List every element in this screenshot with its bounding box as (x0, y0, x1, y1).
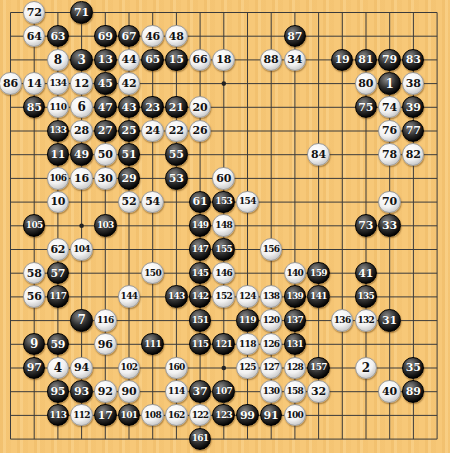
stone-147[interactable]: 147 (189, 238, 212, 261)
stone-142[interactable]: 142 (189, 285, 212, 308)
stone-number: 161 (192, 434, 209, 443)
stone-62[interactable]: 62 (47, 238, 70, 261)
stone-88[interactable]: 88 (260, 49, 283, 72)
stone-78[interactable]: 78 (378, 143, 401, 166)
stone-101[interactable]: 101 (118, 404, 141, 427)
stone-number: 149 (192, 221, 209, 230)
stone-123[interactable]: 123 (212, 404, 235, 427)
stone-146[interactable]: 146 (212, 262, 235, 285)
stone-number: 128 (286, 363, 303, 372)
stone-117[interactable]: 117 (47, 285, 70, 308)
stone-155[interactable]: 155 (212, 238, 235, 261)
stone-number: 138 (263, 292, 280, 301)
stone-107[interactable]: 107 (212, 380, 235, 403)
stone-number: 141 (310, 292, 327, 301)
stone-52[interactable]: 52 (118, 191, 141, 214)
stone-67[interactable]: 67 (118, 25, 141, 48)
stone-number: 96 (98, 339, 113, 350)
stone-44[interactable]: 44 (118, 49, 141, 72)
stone-13[interactable]: 13 (94, 49, 117, 72)
stone-103[interactable]: 103 (94, 214, 117, 237)
stone-86[interactable]: 86 (0, 72, 22, 95)
stone-140[interactable]: 140 (284, 262, 307, 285)
stone-111[interactable]: 111 (141, 333, 164, 356)
stone-number: 64 (27, 31, 42, 42)
stone-28[interactable]: 28 (70, 120, 93, 143)
stone-number: 14 (27, 78, 42, 89)
stone-number: 73 (358, 220, 373, 231)
stone-50[interactable]: 50 (94, 143, 117, 166)
stone-number: 114 (168, 387, 185, 396)
stone-10[interactable]: 10 (47, 191, 70, 214)
stone-138[interactable]: 138 (260, 285, 283, 308)
stone-number: 156 (263, 245, 280, 254)
stone-number: 136 (334, 316, 351, 325)
stone-number: 145 (192, 269, 209, 278)
stone-number: 103 (97, 221, 114, 230)
stone-158[interactable]: 158 (284, 380, 307, 403)
stone-number: 69 (98, 31, 113, 42)
stone-63[interactable]: 63 (47, 25, 70, 48)
stone-number: 44 (121, 54, 136, 65)
stone-number: 139 (286, 292, 303, 301)
stone-number: 110 (50, 103, 67, 112)
stone-number: 57 (50, 268, 65, 279)
stone-55[interactable]: 55 (165, 143, 188, 166)
stone-82[interactable]: 82 (402, 143, 425, 166)
stone-59[interactable]: 59 (47, 333, 70, 356)
stone-53[interactable]: 53 (165, 167, 188, 190)
stone-38[interactable]: 38 (402, 72, 425, 95)
stone-number: 41 (358, 268, 373, 279)
stone-number: 72 (27, 7, 42, 18)
stone-number: 38 (406, 78, 421, 89)
stone-number: 1 (385, 78, 393, 90)
stone-number: 49 (74, 149, 89, 160)
stone-number: 60 (216, 173, 231, 184)
stone-148[interactable]: 148 (212, 214, 235, 237)
stone-113[interactable]: 113 (47, 404, 70, 427)
stone-number: 66 (193, 54, 208, 65)
stone-number: 153 (215, 197, 232, 206)
stone-number: 118 (239, 340, 256, 349)
stone-number: 122 (192, 411, 209, 420)
stone-122[interactable]: 122 (189, 404, 212, 427)
stone-number: 9 (30, 338, 38, 350)
stone-number: 124 (239, 292, 256, 301)
stone-number: 116 (97, 316, 114, 325)
stone-69[interactable]: 69 (94, 25, 117, 48)
stone-94[interactable]: 94 (70, 357, 93, 380)
stone-number: 71 (74, 7, 89, 18)
stone-3[interactable]: 3 (70, 49, 93, 72)
stone-number: 20 (193, 102, 208, 113)
stone-number: 75 (358, 102, 373, 113)
stone-number: 62 (50, 244, 65, 255)
stone-153[interactable]: 153 (212, 191, 235, 214)
stone-number: 19 (335, 54, 350, 65)
stone-number: 87 (287, 31, 302, 42)
stone-number: 76 (382, 125, 397, 136)
stone-9[interactable]: 9 (23, 333, 46, 356)
stone-46[interactable]: 46 (141, 25, 164, 48)
stone-number: 82 (406, 149, 421, 160)
stone-number: 132 (357, 316, 374, 325)
stone-number: 31 (382, 315, 397, 326)
stone-number: 30 (98, 173, 113, 184)
stone-120[interactable]: 120 (260, 309, 283, 332)
stone-118[interactable]: 118 (236, 333, 259, 356)
stone-number: 89 (406, 386, 421, 397)
stone-156[interactable]: 156 (260, 238, 283, 261)
stone-number: 52 (121, 196, 136, 207)
stone-102[interactable]: 102 (118, 357, 141, 380)
stone-number: 15 (169, 54, 184, 65)
stone-number: 32 (311, 386, 326, 397)
stone-number: 91 (264, 410, 279, 421)
stone-number: 88 (264, 54, 279, 65)
stone-number: 18 (216, 54, 231, 65)
stone-number: 26 (193, 125, 208, 136)
stone-15[interactable]: 15 (165, 49, 188, 72)
stone-2[interactable]: 2 (355, 357, 378, 380)
stone-35[interactable]: 35 (402, 357, 425, 380)
stone-number: 13 (98, 54, 113, 65)
stone-75[interactable]: 75 (355, 96, 378, 119)
stone-number: 58 (27, 268, 42, 279)
stone-number: 63 (50, 31, 65, 42)
stone-116[interactable]: 116 (94, 309, 117, 332)
stones-layer: 1234678910111213141516171819202122232425… (0, 1, 449, 451)
stone-number: 84 (311, 149, 326, 160)
stone-84[interactable]: 84 (307, 143, 330, 166)
stone-37[interactable]: 37 (189, 380, 212, 403)
stone-7[interactable]: 7 (70, 309, 93, 332)
stone-33[interactable]: 33 (378, 214, 401, 237)
stone-number: 86 (3, 78, 18, 89)
stone-number: 70 (382, 196, 397, 207)
stone-number: 8 (54, 54, 62, 66)
stone-number: 154 (239, 197, 256, 206)
stone-23[interactable]: 23 (141, 96, 164, 119)
stone-number: 22 (169, 125, 184, 136)
stone-131[interactable]: 131 (284, 333, 307, 356)
stone-number: 94 (74, 362, 89, 373)
stone-104[interactable]: 104 (70, 238, 93, 261)
stone-number: 140 (286, 269, 303, 278)
stone-number: 117 (50, 292, 67, 301)
stone-136[interactable]: 136 (331, 309, 354, 332)
stone-number: 151 (192, 316, 209, 325)
stone-number: 119 (239, 316, 256, 325)
stone-11[interactable]: 11 (47, 143, 70, 166)
stone-135[interactable]: 135 (355, 285, 378, 308)
stone-77[interactable]: 77 (402, 120, 425, 143)
stone-number: 67 (121, 31, 136, 42)
stone-8[interactable]: 8 (47, 49, 70, 72)
stone-126[interactable]: 126 (260, 333, 283, 356)
stone-number: 100 (286, 411, 303, 420)
stone-72[interactable]: 72 (23, 1, 46, 24)
stone-number: 21 (169, 102, 184, 113)
stone-54[interactable]: 54 (141, 191, 164, 214)
stone-57[interactable]: 57 (47, 262, 70, 285)
stone-number: 79 (382, 54, 397, 65)
stone-number: 83 (406, 54, 421, 65)
stone-160[interactable]: 160 (165, 357, 188, 380)
stone-number: 85 (27, 102, 42, 113)
stone-number: 37 (193, 386, 208, 397)
stone-number: 123 (215, 411, 232, 420)
stone-number: 6 (77, 101, 85, 113)
stone-number: 2 (362, 362, 370, 374)
stone-39[interactable]: 39 (402, 96, 425, 119)
stone-58[interactable]: 58 (23, 262, 46, 285)
stone-number: 143 (168, 292, 185, 301)
stone-number: 7 (77, 314, 85, 326)
stone-31[interactable]: 31 (378, 309, 401, 332)
stone-number: 160 (168, 363, 185, 372)
stone-number: 12 (74, 78, 89, 89)
stone-number: 81 (358, 54, 373, 65)
stone-127[interactable]: 127 (260, 357, 283, 380)
stone-number: 29 (121, 173, 136, 184)
stone-18[interactable]: 18 (212, 49, 235, 72)
stone-81[interactable]: 81 (355, 49, 378, 72)
stone-30[interactable]: 30 (94, 167, 117, 190)
stone-number: 11 (50, 149, 65, 160)
stone-number: 17 (98, 410, 113, 421)
stone-157[interactable]: 157 (307, 357, 330, 380)
stone-89[interactable]: 89 (402, 380, 425, 403)
stone-90[interactable]: 90 (118, 380, 141, 403)
stone-number: 39 (406, 102, 421, 113)
stone-number: 144 (121, 292, 138, 301)
stone-number: 101 (121, 411, 138, 420)
stone-number: 48 (169, 31, 184, 42)
stone-150[interactable]: 150 (141, 262, 164, 285)
stone-22[interactable]: 22 (165, 120, 188, 143)
stone-85[interactable]: 85 (23, 96, 46, 119)
stone-73[interactable]: 73 (355, 214, 378, 237)
stone-4[interactable]: 4 (47, 357, 70, 380)
stone-56[interactable]: 56 (23, 285, 46, 308)
stone-93[interactable]: 93 (70, 380, 93, 403)
stone-26[interactable]: 26 (189, 120, 212, 143)
stone-number: 42 (121, 78, 136, 89)
stone-76[interactable]: 76 (378, 120, 401, 143)
stone-number: 65 (145, 54, 160, 65)
stone-number: 35 (406, 362, 421, 373)
stone-number: 158 (286, 387, 303, 396)
stone-number: 97 (27, 362, 42, 373)
stone-6[interactable]: 6 (70, 96, 93, 119)
stone-21[interactable]: 21 (165, 96, 188, 119)
stone-42[interactable]: 42 (118, 72, 141, 95)
stone-number: 53 (169, 173, 184, 184)
stone-number: 93 (74, 386, 89, 397)
stone-152[interactable]: 152 (212, 285, 235, 308)
stone-number: 61 (193, 196, 208, 207)
stone-97[interactable]: 97 (23, 357, 46, 380)
stone-145[interactable]: 145 (189, 262, 212, 285)
stone-133[interactable]: 133 (47, 120, 70, 143)
stone-number: 47 (98, 102, 113, 113)
stone-49[interactable]: 49 (70, 143, 93, 166)
stone-number: 99 (240, 410, 255, 421)
stone-number: 3 (77, 54, 85, 66)
stone-149[interactable]: 149 (189, 214, 212, 237)
stone-number: 127 (263, 363, 280, 372)
stone-65[interactable]: 65 (141, 49, 164, 72)
stone-number: 113 (50, 411, 67, 420)
stone-12[interactable]: 12 (70, 72, 93, 95)
stone-34[interactable]: 34 (284, 49, 307, 72)
stone-91[interactable]: 91 (260, 404, 283, 427)
stone-number: 40 (382, 386, 397, 397)
stone-92[interactable]: 92 (94, 380, 117, 403)
stone-71[interactable]: 71 (70, 1, 93, 24)
stone-number: 135 (357, 292, 374, 301)
stone-115[interactable]: 115 (189, 333, 212, 356)
stone-number: 55 (169, 149, 184, 160)
stone-61[interactable]: 61 (189, 191, 212, 214)
stone-87[interactable]: 87 (284, 25, 307, 48)
stone-83[interactable]: 83 (402, 49, 425, 72)
stone-number: 33 (382, 220, 397, 231)
stone-162[interactable]: 162 (165, 404, 188, 427)
stone-number: 16 (74, 173, 89, 184)
stone-number: 34 (287, 54, 302, 65)
stone-24[interactable]: 24 (141, 120, 164, 143)
stone-45[interactable]: 45 (94, 72, 117, 95)
stone-number: 50 (98, 149, 113, 160)
stone-number: 25 (121, 125, 136, 136)
stone-number: 148 (215, 221, 232, 230)
stone-95[interactable]: 95 (47, 380, 70, 403)
stone-number: 147 (192, 245, 209, 254)
stone-119[interactable]: 119 (236, 309, 259, 332)
stone-17[interactable]: 17 (94, 404, 117, 427)
stone-144[interactable]: 144 (118, 285, 141, 308)
stone-100[interactable]: 100 (284, 404, 307, 427)
stone-number: 155 (215, 245, 232, 254)
stone-143[interactable]: 143 (165, 285, 188, 308)
stone-132[interactable]: 132 (355, 309, 378, 332)
stone-number: 77 (406, 125, 421, 136)
stone-124[interactable]: 124 (236, 285, 259, 308)
stone-32[interactable]: 32 (307, 380, 330, 403)
stone-128[interactable]: 128 (284, 357, 307, 380)
stone-110[interactable]: 110 (47, 96, 70, 119)
stone-20[interactable]: 20 (189, 96, 212, 119)
stone-79[interactable]: 79 (378, 49, 401, 72)
stone-number: 56 (27, 291, 42, 302)
stone-number: 142 (192, 292, 209, 301)
stone-number: 27 (98, 125, 113, 136)
stone-48[interactable]: 48 (165, 25, 188, 48)
stone-number: 43 (121, 102, 136, 113)
stone-number: 80 (358, 78, 373, 89)
stone-105[interactable]: 105 (23, 214, 46, 237)
stone-number: 105 (26, 221, 43, 230)
stone-80[interactable]: 80 (355, 72, 378, 95)
stone-19[interactable]: 19 (331, 49, 354, 72)
stone-66[interactable]: 66 (189, 49, 212, 72)
stone-159[interactable]: 159 (307, 262, 330, 285)
stone-161[interactable]: 161 (189, 428, 212, 451)
stone-number: 90 (121, 386, 136, 397)
stone-number: 111 (144, 340, 161, 349)
stone-74[interactable]: 74 (378, 96, 401, 119)
stone-43[interactable]: 43 (118, 96, 141, 119)
stone-154[interactable]: 154 (236, 191, 259, 214)
stone-14[interactable]: 14 (23, 72, 46, 95)
stone-139[interactable]: 139 (284, 285, 307, 308)
stone-70[interactable]: 70 (378, 191, 401, 214)
stone-1[interactable]: 1 (378, 72, 401, 95)
stone-number: 28 (74, 125, 89, 136)
stone-25[interactable]: 25 (118, 120, 141, 143)
stone-125[interactable]: 125 (236, 357, 259, 380)
stone-number: 115 (192, 340, 209, 349)
stone-number: 102 (121, 363, 138, 372)
stone-number: 106 (50, 174, 67, 183)
stone-number: 54 (145, 196, 160, 207)
stone-number: 130 (263, 387, 280, 396)
stone-number: 112 (73, 411, 90, 420)
stone-27[interactable]: 27 (94, 120, 117, 143)
stone-121[interactable]: 121 (212, 333, 235, 356)
stone-number: 92 (98, 386, 113, 397)
stone-29[interactable]: 29 (118, 167, 141, 190)
stone-number: 157 (310, 363, 327, 372)
stone-number: 51 (121, 149, 136, 160)
stone-96[interactable]: 96 (94, 333, 117, 356)
stone-number: 24 (145, 125, 160, 136)
stone-number: 126 (263, 340, 280, 349)
stone-40[interactable]: 40 (378, 380, 401, 403)
stone-112[interactable]: 112 (70, 404, 93, 427)
stone-47[interactable]: 47 (94, 96, 117, 119)
stone-151[interactable]: 151 (189, 309, 212, 332)
stone-number: 152 (215, 292, 232, 301)
stone-106[interactable]: 106 (47, 167, 70, 190)
stone-137[interactable]: 137 (284, 309, 307, 332)
stone-51[interactable]: 51 (118, 143, 141, 166)
stone-130[interactable]: 130 (260, 380, 283, 403)
stone-number: 150 (144, 269, 161, 278)
stone-114[interactable]: 114 (165, 380, 188, 403)
stone-60[interactable]: 60 (212, 167, 235, 190)
stone-16[interactable]: 16 (70, 167, 93, 190)
stone-number: 23 (145, 102, 160, 113)
stone-99[interactable]: 99 (236, 404, 259, 427)
stone-108[interactable]: 108 (141, 404, 164, 427)
stone-number: 74 (382, 102, 397, 113)
stone-number: 120 (263, 316, 280, 325)
stone-number: 121 (215, 340, 232, 349)
stone-141[interactable]: 141 (307, 285, 330, 308)
stone-number: 78 (382, 149, 397, 160)
stone-134[interactable]: 134 (47, 72, 70, 95)
stone-41[interactable]: 41 (355, 262, 378, 285)
stone-number: 45 (98, 78, 113, 89)
stone-64[interactable]: 64 (23, 25, 46, 48)
go-board[interactable]: 1234678910111213141516171819202122232425… (0, 0, 450, 453)
stone-number: 134 (50, 79, 67, 88)
stone-number: 125 (239, 363, 256, 372)
